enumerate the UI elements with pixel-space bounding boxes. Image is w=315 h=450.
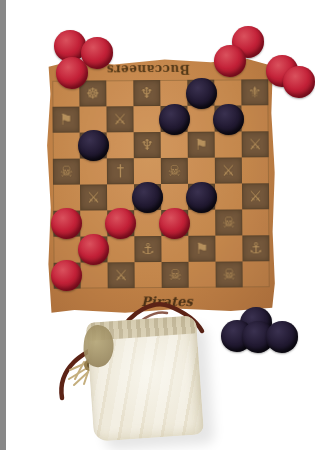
- trident-icon: ♆: [140, 138, 154, 153]
- square-r3c6[interactable]: ⚑: [187, 132, 214, 158]
- square-r6c8: [242, 209, 269, 235]
- square-r7c3: [107, 236, 134, 262]
- red-piece-r6c3[interactable]: [105, 208, 136, 239]
- square-r3c7: [214, 131, 241, 157]
- red-piece-loose[interactable]: [283, 66, 315, 98]
- square-r7c7: [215, 235, 242, 261]
- square-r4c6: [187, 158, 214, 184]
- duel-icon: ⚔: [114, 268, 128, 283]
- square-r1c5: [160, 80, 187, 106]
- duel-icon: ⚔: [248, 189, 262, 204]
- square-r7c8[interactable]: ⚓: [242, 235, 269, 261]
- swords-and-skull-icon: ⚔: [221, 163, 235, 178]
- square-r4c4: [133, 158, 160, 184]
- square-r5c1: [52, 185, 79, 211]
- square-r8c2: [80, 262, 107, 288]
- pirate-figure-icon: ⚑: [195, 241, 209, 256]
- square-r2c2: [79, 106, 106, 132]
- cannon-icon: ⚔: [248, 137, 262, 152]
- red-piece-r7c2[interactable]: [78, 234, 109, 265]
- red-piece-r6c5[interactable]: [159, 208, 190, 239]
- square-r7c5: [161, 236, 188, 262]
- red-piece-r6c1[interactable]: [51, 208, 82, 239]
- square-r3c1: [52, 133, 79, 159]
- square-r6c6: [188, 210, 215, 236]
- hook-icon: ⚓: [249, 241, 263, 256]
- skull-and-swords-icon: ☠: [222, 267, 236, 282]
- black-piece-r2c7[interactable]: [213, 104, 244, 135]
- square-r6c7[interactable]: ☠: [215, 209, 242, 235]
- skull-crossbones-icon: ☠: [221, 215, 235, 230]
- pirate-figure-icon: ⚔: [86, 190, 100, 205]
- photo-canvas: Buccaneers ☸♆⚜⚑⚔♆⚑⚔☠†☠⚔⚔⚔☠⚓⚑⚓⚔☠☠ Pirates: [6, 0, 315, 450]
- bottom-edge-label: Pirates: [56, 293, 276, 311]
- square-r8c3[interactable]: ⚔: [107, 262, 134, 288]
- square-r3c5: [160, 132, 187, 158]
- square-r7c6[interactable]: ⚑: [188, 236, 215, 262]
- square-r3c4[interactable]: ♆: [133, 132, 160, 158]
- red-piece-r8c1[interactable]: [51, 260, 82, 291]
- shark-icon: ♆: [140, 86, 154, 101]
- square-r8c8: [242, 261, 269, 287]
- square-r3c3: [106, 132, 133, 158]
- square-r8c7[interactable]: ☠: [215, 261, 242, 287]
- square-r2c6: [187, 106, 214, 132]
- square-r5c8[interactable]: ⚔: [241, 183, 268, 209]
- black-piece-r1c6[interactable]: [186, 78, 217, 109]
- square-r1c3: [106, 80, 133, 106]
- square-r4c3[interactable]: †: [106, 158, 133, 184]
- square-r4c5[interactable]: ☠: [160, 158, 187, 184]
- black-piece-r2c5[interactable]: [159, 104, 190, 135]
- square-r1c4[interactable]: ♆: [133, 80, 160, 106]
- square-r4c7[interactable]: ⚔: [214, 157, 241, 183]
- ships-bell-icon: ☸: [86, 86, 100, 101]
- square-r8c5[interactable]: ☠: [161, 262, 188, 288]
- square-r8c4: [134, 262, 161, 288]
- square-r6c2: [80, 210, 107, 236]
- square-r5c5: [160, 184, 187, 210]
- square-r2c8: [241, 105, 268, 131]
- square-r5c2[interactable]: ⚔: [79, 184, 106, 210]
- square-r1c8[interactable]: ⚜: [241, 79, 268, 105]
- square-r4c1[interactable]: ☠: [52, 159, 79, 185]
- red-piece-loose[interactable]: [214, 45, 246, 77]
- square-r4c8: [241, 157, 268, 183]
- black-piece-r5c4[interactable]: [132, 182, 163, 213]
- square-r7c4[interactable]: ⚓: [134, 236, 161, 262]
- anchor-icon: ⚓: [141, 242, 155, 257]
- square-r2c3[interactable]: ⚔: [106, 106, 133, 132]
- black-piece-r3c2[interactable]: [78, 130, 109, 161]
- dagger-icon: †: [116, 164, 124, 179]
- square-r7c1: [53, 237, 80, 263]
- square-r1c7: [214, 79, 241, 105]
- skull-crossbones-icon: ☠: [168, 267, 182, 282]
- skull-icon: ☠: [167, 163, 181, 178]
- gallows-icon: ⚑: [59, 112, 73, 127]
- square-r5c3: [106, 184, 133, 210]
- cloth-pouch[interactable]: [85, 315, 203, 441]
- red-piece-loose[interactable]: [56, 57, 88, 89]
- black-piece-r5c6[interactable]: [186, 182, 217, 213]
- square-r6c4: [134, 210, 161, 236]
- skull-crossbones-icon: ☠: [59, 164, 73, 179]
- square-r4c2: [79, 158, 106, 184]
- square-r8c6: [188, 262, 215, 288]
- cord-tassel: [69, 362, 90, 385]
- crossed-swords-skull-icon: ⚔: [113, 112, 127, 127]
- gibbet-icon: ⚑: [194, 137, 208, 152]
- square-r5c7: [214, 183, 241, 209]
- square-r3c8[interactable]: ⚔: [241, 131, 268, 157]
- square-r2c1[interactable]: ⚑: [52, 107, 79, 133]
- square-r2c4: [133, 106, 160, 132]
- mermaid-icon: ⚜: [248, 85, 262, 100]
- black-piece-loose[interactable]: [266, 321, 298, 353]
